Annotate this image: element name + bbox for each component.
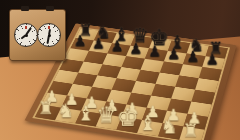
square-b1: ♞ xyxy=(55,108,81,124)
clock-dial-left xyxy=(14,23,38,47)
black-rook-a8: ♜ xyxy=(76,22,95,38)
white-knight-g1: ♞ xyxy=(158,117,180,136)
square-c5 xyxy=(97,64,121,78)
clock-right-minute-hand xyxy=(46,35,50,44)
square-f6 xyxy=(160,62,183,76)
square-a3 xyxy=(48,81,73,96)
clock-left-hour-hand xyxy=(21,34,27,39)
photo-scene: ♜♞♝♛♚♝♞♜♟♟♟♟♟♟♟♟♟♟♟♟♟♟♟♟♜♞♝♛♚♝♞♜ xyxy=(0,0,240,140)
black-rook-h8: ♜ xyxy=(206,40,225,56)
clock-button-right xyxy=(46,6,54,11)
chess-clock xyxy=(9,9,66,61)
square-c1: ♝ xyxy=(75,111,101,127)
clock-button-left xyxy=(21,6,29,11)
square-f1: ♝ xyxy=(137,120,162,136)
square-a4 xyxy=(54,70,79,84)
clock-dial-right xyxy=(37,23,61,47)
clock-left-minute-hand xyxy=(25,27,32,36)
clock-right-hour-hand xyxy=(48,29,51,35)
square-h2: ♟ xyxy=(183,114,208,130)
square-h1: ♜ xyxy=(179,127,204,140)
